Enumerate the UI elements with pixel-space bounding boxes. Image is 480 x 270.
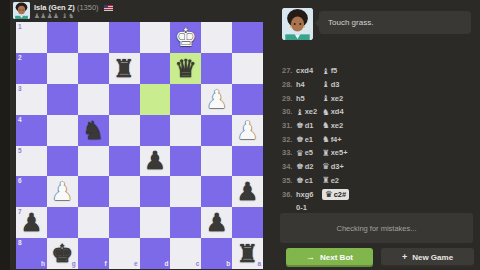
figurine-R: ♜: [322, 149, 330, 158]
piece-black-P-h7[interactable]: ♟: [16, 207, 47, 238]
move-black[interactable]: ♝xe2: [322, 94, 472, 103]
new-game-label: New Game: [412, 253, 453, 262]
move-black[interactable]: ♜e2: [322, 176, 472, 185]
move-row: 30.♝xe2♞xd4: [282, 105, 472, 119]
move-white[interactable]: ♛e5: [296, 148, 322, 157]
next-bot-label: Next Bot: [320, 253, 353, 262]
square-b3[interactable]: ♟: [201, 84, 232, 115]
plus-icon: +: [402, 253, 407, 262]
square-g6[interactable]: ♟: [47, 176, 78, 207]
square-h7[interactable]: 7♟: [16, 207, 47, 238]
rank-label-5: 5: [18, 148, 22, 155]
square-b7[interactable]: ♟: [201, 207, 232, 238]
square-f3[interactable]: [78, 84, 109, 115]
move-black[interactable]: ♜xe5+: [322, 148, 472, 157]
piece-black-Q-c2[interactable]: ♛: [170, 53, 201, 84]
square-d8[interactable]: d: [140, 238, 171, 269]
move-number: 36.: [282, 190, 296, 199]
move-row: 27.cxd4♝f5: [282, 64, 472, 78]
move-number: 30.: [282, 107, 296, 116]
square-b6[interactable]: [201, 176, 232, 207]
square-f2[interactable]: [78, 53, 109, 84]
move-number: 29.: [282, 94, 296, 103]
piece-black-P-b7[interactable]: ♟: [201, 207, 232, 238]
figurine-B: ♝: [322, 67, 330, 76]
square-a7[interactable]: [232, 207, 263, 238]
move-white[interactable]: ♝xe2: [296, 107, 322, 116]
chat-message: Touch grass.: [328, 18, 373, 27]
square-b2[interactable]: [201, 53, 232, 84]
chess-board: 1♚2♜♛3♟4♞♟5♟6♟♟7♟♟8hg♚fedcba♜: [16, 22, 263, 269]
square-d2[interactable]: [140, 53, 171, 84]
move-row: 32.♚e1♞f4+: [282, 132, 472, 146]
figurine-R: ♜: [322, 176, 330, 185]
figurine-N: ♞: [322, 108, 330, 117]
square-a5[interactable]: [232, 146, 263, 177]
move-row: 31.♚d1♞xe2: [282, 119, 472, 133]
square-f1[interactable]: [78, 22, 109, 53]
move-black[interactable]: ♛d3+: [322, 162, 472, 171]
square-c4[interactable]: [170, 115, 201, 146]
file-label-f: f: [104, 261, 106, 268]
file-label-b: b: [226, 261, 230, 268]
piece-black-R-a8[interactable]: ♜: [232, 238, 263, 269]
square-e6[interactable]: [109, 176, 140, 207]
square-c1[interactable]: ♚: [170, 22, 201, 53]
rank-label-8: 8: [18, 240, 22, 247]
piece-black-P-d5[interactable]: ♟: [140, 146, 171, 177]
move-number: 28.: [282, 80, 296, 89]
piece-white-P-b3[interactable]: ♟: [201, 84, 232, 115]
square-a4[interactable]: ♟: [232, 115, 263, 146]
next-bot-button[interactable]: → Next Bot: [286, 248, 373, 267]
figurine-Q: ♛: [322, 162, 330, 171]
square-f5[interactable]: [78, 146, 109, 177]
square-h1[interactable]: 1: [16, 22, 47, 53]
move-white[interactable]: hxg6: [296, 190, 322, 199]
square-e3[interactable]: [109, 84, 140, 115]
square-d7[interactable]: [140, 207, 171, 238]
move-black[interactable]: ♝f5: [322, 66, 472, 75]
app-window: Isla (Gen Z) (1350) ♟♟♟♟ ♝♞ 1♚2♜♛3♟4♞♟5♟…: [0, 0, 480, 270]
square-e5[interactable]: [109, 146, 140, 177]
square-h5[interactable]: 5: [16, 146, 47, 177]
square-h6[interactable]: 6: [16, 176, 47, 207]
figurine-B: ♝: [322, 80, 330, 89]
square-a3[interactable]: [232, 84, 263, 115]
move-white[interactable]: cxd4: [296, 66, 322, 75]
square-g5[interactable]: [47, 146, 78, 177]
square-a1[interactable]: [232, 22, 263, 53]
us-flag-icon: [104, 5, 113, 11]
move-white[interactable]: ♚e1: [296, 135, 322, 144]
move-white[interactable]: ♚c1: [296, 176, 322, 185]
square-c2[interactable]: ♛: [170, 53, 201, 84]
square-f6[interactable]: [78, 176, 109, 207]
game-review-status: Checking for mistakes...: [280, 213, 473, 243]
figurine-N: ♞: [322, 121, 330, 130]
square-c5[interactable]: [170, 146, 201, 177]
square-g8[interactable]: g♚: [47, 238, 78, 269]
square-d4[interactable]: [140, 115, 171, 146]
move-row: 36.hxg6♛c2#: [282, 187, 472, 201]
square-d1[interactable]: [140, 22, 171, 53]
file-label-h: h: [41, 261, 45, 268]
rank-label-4: 4: [18, 117, 22, 124]
square-h8[interactable]: 8h: [16, 238, 47, 269]
square-e1[interactable]: [109, 22, 140, 53]
move-row: 29.h5♝xe2: [282, 91, 472, 105]
figurine-K: ♚: [296, 121, 304, 130]
square-f7[interactable]: [78, 207, 109, 238]
square-h2[interactable]: 2: [16, 53, 47, 84]
move-number: 27.: [282, 66, 296, 75]
move-black[interactable]: ♞xd4: [322, 107, 472, 116]
move-row: 33.♛e5♜xe5+: [282, 146, 472, 160]
piece-white-P-g6[interactable]: ♟: [47, 176, 78, 207]
move-list: 27.cxd4♝f528.h4♝d329.h5♝xe230.♝xe2♞xd431…: [282, 64, 472, 212]
rank-label-3: 3: [18, 86, 22, 93]
square-c3[interactable]: [170, 84, 201, 115]
figurine-K: ♚: [296, 162, 304, 171]
square-d6[interactable]: [140, 176, 171, 207]
opponent-name: Isla (Gen Z): [34, 3, 75, 12]
move-white[interactable]: ♚d1: [296, 121, 322, 130]
piece-black-N-f4[interactable]: ♞: [78, 115, 109, 146]
square-g4[interactable]: [47, 115, 78, 146]
square-d3[interactable]: [140, 84, 171, 115]
square-g1[interactable]: [47, 22, 78, 53]
square-e7[interactable]: [109, 207, 140, 238]
move-white[interactable]: h5: [296, 94, 322, 103]
piece-white-K-c1[interactable]: ♚: [170, 22, 201, 53]
captured-pieces: ♟♟♟♟ ♝♞: [34, 12, 75, 20]
move-row: 35.♚c1♜e2: [282, 174, 472, 188]
move-black[interactable]: ♝d3: [322, 80, 472, 89]
status-text: Checking for mistakes...: [336, 224, 416, 233]
opponent-avatar[interactable]: [13, 2, 30, 19]
move-white[interactable]: h4: [296, 80, 322, 89]
new-game-button[interactable]: + New Game: [381, 248, 474, 267]
square-b1[interactable]: [201, 22, 232, 53]
piece-white-P-a4[interactable]: ♟: [232, 115, 263, 146]
figurine-N: ♞: [322, 135, 330, 144]
rank-label-6: 6: [18, 178, 22, 185]
square-d5[interactable]: ♟: [140, 146, 171, 177]
square-a8[interactable]: a♜: [232, 238, 263, 269]
square-h3[interactable]: 3: [16, 84, 47, 115]
figurine-Q: ♛: [325, 190, 333, 199]
square-b5[interactable]: [201, 146, 232, 177]
chat-bubble: Touch grass.: [319, 11, 471, 34]
square-e2[interactable]: ♜: [109, 53, 140, 84]
move-black[interactable]: ♞f4+: [322, 135, 472, 144]
square-g2[interactable]: [47, 53, 78, 84]
piece-black-K-g8[interactable]: ♚: [47, 238, 78, 269]
move-number: 32.: [282, 135, 296, 144]
square-e8[interactable]: e: [109, 238, 140, 269]
bot-chat-avatar[interactable]: [282, 8, 313, 40]
square-b8[interactable]: b: [201, 238, 232, 269]
figurine-K: ♚: [296, 135, 304, 144]
figurine-B: ♝: [296, 108, 304, 117]
file-label-d: d: [164, 261, 168, 268]
piece-black-P-a6[interactable]: ♟: [232, 176, 263, 207]
file-label-c: c: [196, 261, 200, 268]
figurine-Q: ♛: [296, 149, 304, 158]
square-c6[interactable]: [170, 176, 201, 207]
move-black[interactable]: ♞xe2: [322, 121, 472, 130]
arrow-right-icon: →: [306, 253, 315, 262]
move-white[interactable]: ♚d2: [296, 162, 322, 171]
file-label-e: e: [134, 261, 138, 268]
rank-label-1: 1: [18, 24, 22, 31]
bot-avatar-image: [282, 8, 313, 40]
move-black[interactable]: ♛c2#: [322, 189, 349, 200]
square-f4[interactable]: ♞: [78, 115, 109, 146]
opponent-rating: (1350): [77, 3, 99, 12]
left-nav-rail: [0, 0, 10, 270]
move-number: 34.: [282, 162, 296, 171]
square-c7[interactable]: [170, 207, 201, 238]
move-row: 28.h4♝d3: [282, 78, 472, 92]
figurine-K: ♚: [296, 176, 304, 185]
move-number: 31.: [282, 121, 296, 130]
figurine-B: ♝: [322, 94, 330, 103]
move-number: 35.: [282, 176, 296, 185]
move-number: 33.: [282, 148, 296, 157]
game-result: 0-1: [282, 203, 472, 212]
square-h4[interactable]: 4: [16, 115, 47, 146]
move-row: 34.♚d2♛d3+: [282, 160, 472, 174]
square-c8[interactable]: c: [170, 238, 201, 269]
square-a2[interactable]: [232, 53, 263, 84]
rank-label-2: 2: [18, 55, 22, 62]
square-b4[interactable]: [201, 115, 232, 146]
piece-black-R-e2[interactable]: ♜: [109, 53, 140, 84]
square-f8[interactable]: f: [78, 238, 109, 269]
square-a6[interactable]: ♟: [232, 176, 263, 207]
square-e4[interactable]: [109, 115, 140, 146]
square-g3[interactable]: [47, 84, 78, 115]
square-g7[interactable]: [47, 207, 78, 238]
bot-avatar-image: [13, 2, 30, 19]
